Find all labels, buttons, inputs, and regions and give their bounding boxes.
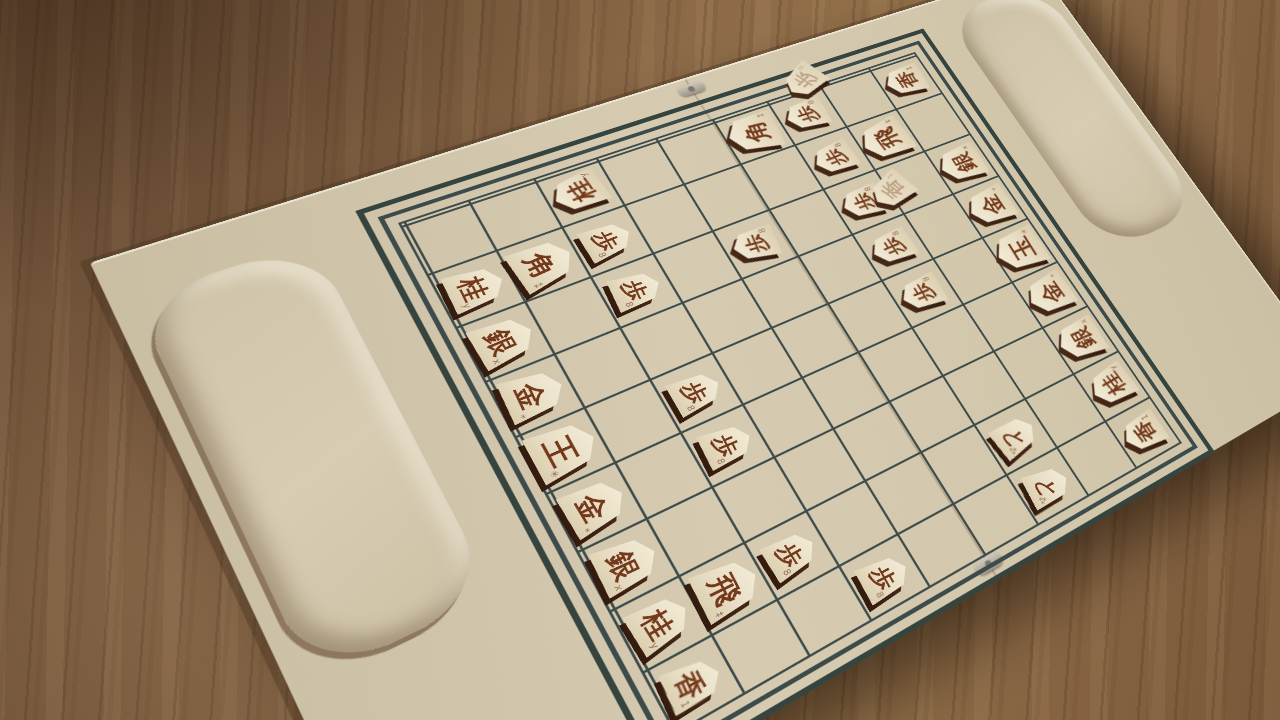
shogi-piece-歩[interactable]: 歩8 <box>664 367 727 418</box>
shogi-piece-飛[interactable]: 飛‡ <box>687 552 767 625</box>
shogi-piece-歩[interactable]: 歩8 <box>894 271 948 314</box>
piece-kanji: 歩 <box>790 67 819 90</box>
shogi-piece-歩[interactable]: 歩8 <box>727 223 782 264</box>
piece-kanji: 歩 <box>909 279 938 304</box>
shogi-piece-金[interactable]: 金⁎ <box>556 473 634 541</box>
shogi-piece-歩[interactable]: 歩8 <box>758 526 822 584</box>
piece-kanji: 玉 <box>1005 234 1039 263</box>
piece-kanji: 銀 <box>480 326 521 360</box>
shogi-piece-銀[interactable]: 銀x <box>465 311 542 372</box>
shogi-piece-歩[interactable]: 歩8 <box>853 550 914 606</box>
piece-kanji: 桂 <box>1098 370 1129 399</box>
piece-kanji: 銀 <box>603 547 644 585</box>
piece-move-mark: ⁑ <box>756 112 766 117</box>
piece-kanji: 金 <box>510 379 550 413</box>
piece-kanji: 歩 <box>879 233 908 257</box>
table-surface: 香1銀x金⁎玉✳金⁎銀x桂y香1飛‡歩8歩8歩8歩8歩8角⁑歩8桂yと⁂と⁂歩8… <box>0 0 1280 720</box>
piece-kanji: 銀 <box>948 150 979 175</box>
shogi-piece-歩[interactable]: 歩8 <box>575 217 637 263</box>
fold-latch-icon[interactable] <box>676 80 707 98</box>
piece-kanji: 金 <box>977 192 1008 218</box>
piece-kanji: 金 <box>1036 279 1068 307</box>
piece-kanji: 桂 <box>453 274 491 304</box>
shogi-piece-歩[interactable]: 歩8 <box>605 267 665 313</box>
shogi-piece-香[interactable]: 香1 <box>658 652 728 717</box>
piece-kanji: 香 <box>671 667 709 704</box>
piece-kanji: 角 <box>518 249 560 282</box>
shogi-piece-香[interactable]: 香1 <box>879 62 930 98</box>
piece-kanji: 歩 <box>794 103 822 125</box>
piece-kanji: 桂 <box>636 606 677 645</box>
piece-kanji: 飛 <box>870 124 904 151</box>
piece-kanji: 歩 <box>742 231 771 254</box>
shogi-piece-桂[interactable]: 桂y <box>621 589 697 658</box>
piece-kanji: 歩 <box>821 145 850 168</box>
shogi-piece-王[interactable]: 王✳ <box>522 415 606 486</box>
shogi-piece-香[interactable]: 香1 <box>1116 408 1169 456</box>
shogi-piece-飛[interactable]: 飛‡ <box>852 114 917 164</box>
piece-kanji: 香 <box>1130 417 1160 445</box>
shogi-piece-歩[interactable]: 歩8 <box>864 225 918 268</box>
piece-kanji: 香 <box>878 176 909 202</box>
piece-kanji: 香 <box>893 69 921 90</box>
piece-kanji: 角 <box>739 119 773 145</box>
shogi-piece-角[interactable]: 角⁑ <box>502 233 582 294</box>
shogi-piece-歩[interactable]: 歩8 <box>807 137 861 177</box>
shogi-piece-歩[interactable]: 歩8 <box>695 419 757 471</box>
shogi-piece-桂[interactable]: 桂y <box>544 167 612 217</box>
piece-kanji: 銀 <box>1067 324 1099 352</box>
shogi-piece-桂[interactable]: 桂y <box>440 262 511 315</box>
shogi-piece-銀[interactable]: 銀x <box>588 530 665 599</box>
shogi-piece-金[interactable]: 金⁎ <box>496 365 571 426</box>
piece-face: と⁂ <box>987 411 1043 461</box>
piece-kanji: 飛 <box>702 570 744 610</box>
shogi-board-box: 香1銀x金⁎玉✳金⁎銀x桂y香1飛‡歩8歩8歩8歩8歩8角⁑歩8桂yと⁂と⁂歩8… <box>90 0 1280 720</box>
piece-kanji: 桂 <box>563 177 600 205</box>
piece-kanji: 王 <box>538 432 583 471</box>
piece-face: 角⁑ <box>502 233 582 294</box>
shogi-piece-と[interactable]: と⁂ <box>987 411 1043 461</box>
shogi-piece-角[interactable]: 角⁑ <box>720 109 785 156</box>
piece-move-mark: ‡ <box>882 118 891 124</box>
piece-kanji: 金 <box>570 489 612 526</box>
shogi-piece-桂[interactable]: 桂y <box>1083 360 1140 411</box>
shogi-piece-と[interactable]: と⁂ <box>1020 462 1075 511</box>
